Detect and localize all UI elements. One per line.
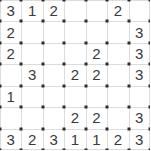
grid-dot	[84, 106, 87, 109]
grid-dot	[84, 149, 87, 151]
grid-dot	[106, 127, 109, 130]
grid-dot	[84, 20, 87, 23]
cell-r2c5[interactable]	[86, 21, 107, 42]
grid-dot	[84, 127, 87, 130]
grid-dot	[63, 127, 66, 130]
grid-dot	[63, 106, 66, 109]
grid-dot	[20, 127, 23, 130]
clue-number: 2	[92, 110, 100, 125]
cell-r5c6[interactable]	[107, 86, 128, 107]
cell-r5c5[interactable]	[86, 86, 107, 107]
cell-r4c7[interactable]: 3	[129, 64, 150, 85]
grid-dot	[149, 106, 151, 109]
cell-r4c6[interactable]	[107, 64, 128, 85]
cell-r2c6[interactable]	[107, 21, 128, 42]
cell-r5c1[interactable]: 1	[0, 86, 21, 107]
cell-r3c1[interactable]: 2	[0, 43, 21, 64]
clue-number: 1	[28, 3, 36, 18]
clue-number: 3	[135, 132, 143, 147]
grid-dot	[0, 84, 2, 87]
grid-dot	[63, 0, 66, 2]
cell-r7c6[interactable]: 2	[107, 129, 128, 150]
grid-dot	[106, 106, 109, 109]
grid-dot	[106, 149, 109, 151]
grid-dot	[41, 63, 44, 66]
cell-r1c4[interactable]	[64, 0, 85, 21]
clue-number: 1	[92, 132, 100, 147]
grid-dot	[106, 84, 109, 87]
grid-dot	[127, 149, 130, 151]
grid-dot	[20, 63, 23, 66]
cell-r3c7[interactable]: 3	[129, 43, 150, 64]
grid-dot	[41, 127, 44, 130]
cell-r7c2[interactable]: 2	[21, 129, 42, 150]
cell-r7c1[interactable]: 3	[0, 129, 21, 150]
grid-dot	[20, 41, 23, 44]
cell-r1c1[interactable]: 3	[0, 0, 21, 21]
slitherlink-board[interactable]: 312223223322312233231123	[0, 0, 150, 150]
grid-dot	[0, 106, 2, 109]
grid-dot	[0, 20, 2, 23]
clue-number: 3	[49, 132, 57, 147]
grid-dot	[41, 41, 44, 44]
clue-number: 1	[7, 89, 15, 104]
clue-number: 2	[92, 67, 100, 82]
clue-number: 3	[28, 67, 36, 82]
grid-dot	[41, 84, 44, 87]
grid-dot	[127, 0, 130, 2]
cell-r1c5[interactable]	[86, 0, 107, 21]
clue-number: 2	[71, 67, 79, 82]
cell-r3c6[interactable]	[107, 43, 128, 64]
grid-dot	[20, 149, 23, 151]
grid-dot	[0, 41, 2, 44]
cell-r6c1[interactable]	[0, 107, 21, 128]
grid-dot	[127, 63, 130, 66]
grid-dot	[127, 106, 130, 109]
grid-dot	[41, 0, 44, 2]
grid-dot	[41, 149, 44, 151]
grid-dot	[84, 63, 87, 66]
grid-dot	[0, 127, 2, 130]
grid-dot	[20, 84, 23, 87]
grid-dot	[149, 149, 151, 151]
cell-r6c5[interactable]: 2	[86, 107, 107, 128]
cell-r5c7[interactable]	[129, 86, 150, 107]
clue-number: 3	[135, 67, 143, 82]
cell-r3c5[interactable]: 2	[86, 43, 107, 64]
grid-dot	[84, 41, 87, 44]
cell-r4c3[interactable]	[43, 64, 64, 85]
clue-number: 3	[135, 46, 143, 61]
cell-r2c4[interactable]	[64, 21, 85, 42]
grid-dot	[0, 149, 2, 151]
cell-r1c6[interactable]: 2	[107, 0, 128, 21]
clue-number: 1	[71, 132, 79, 147]
grid-dot	[127, 41, 130, 44]
grid-dot	[106, 63, 109, 66]
cell-r5c3[interactable]	[43, 86, 64, 107]
cell-r5c2[interactable]	[21, 86, 42, 107]
clue-number: 2	[28, 132, 36, 147]
grid-dot	[106, 20, 109, 23]
grid-dot	[84, 84, 87, 87]
grid-dot	[149, 127, 151, 130]
grid-dot	[106, 0, 109, 2]
cell-r3c3[interactable]	[43, 43, 64, 64]
cell-r3c2[interactable]	[21, 43, 42, 64]
grid-dot	[149, 0, 151, 2]
grid-dot	[106, 41, 109, 44]
cell-r2c1[interactable]: 2	[0, 21, 21, 42]
cell-r6c7[interactable]: 3	[129, 107, 150, 128]
grid-dot	[0, 63, 2, 66]
cell-r1c2[interactable]: 1	[21, 0, 42, 21]
clue-number: 3	[135, 110, 143, 125]
grid-dot	[41, 106, 44, 109]
clue-number: 3	[135, 25, 143, 40]
cell-r2c2[interactable]	[21, 21, 42, 42]
cell-r6c6[interactable]	[107, 107, 128, 128]
cell-r6c2[interactable]	[21, 107, 42, 128]
cell-r2c7[interactable]: 3	[129, 21, 150, 42]
cell-r4c2[interactable]: 3	[21, 64, 42, 85]
grid-dot	[20, 20, 23, 23]
grid-dot	[63, 20, 66, 23]
grid-dot	[20, 106, 23, 109]
clue-number: 2	[71, 110, 79, 125]
clue-number: 2	[114, 132, 122, 147]
clue-number: 2	[7, 46, 15, 61]
grid-dot	[20, 0, 23, 2]
clue-number: 2	[49, 3, 57, 18]
cell-r3c4[interactable]	[64, 43, 85, 64]
cell-r4c1[interactable]	[0, 64, 21, 85]
cell-r7c5[interactable]: 1	[86, 129, 107, 150]
grid-dot	[63, 84, 66, 87]
cell-r6c4[interactable]: 2	[64, 107, 85, 128]
cell-r6c3[interactable]	[43, 107, 64, 128]
grid-dot	[0, 0, 2, 2]
cell-r1c3[interactable]: 2	[43, 0, 64, 21]
grid-dot	[149, 84, 151, 87]
grid-dot	[149, 63, 151, 66]
grid-dot	[127, 84, 130, 87]
grid-dot	[84, 0, 87, 2]
cell-r5c4[interactable]	[64, 86, 85, 107]
grid-dot	[127, 20, 130, 23]
grid-dot	[63, 149, 66, 151]
grid-dot	[63, 63, 66, 66]
clue-number: 2	[7, 25, 15, 40]
grid-dot	[127, 127, 130, 130]
cell-r7c4[interactable]: 1	[64, 129, 85, 150]
grid-dot	[149, 41, 151, 44]
grid-dot	[149, 20, 151, 23]
cell-r7c3[interactable]: 3	[43, 129, 64, 150]
cell-r4c4[interactable]: 2	[64, 64, 85, 85]
clue-number: 3	[7, 132, 15, 147]
cell-r4c5[interactable]: 2	[86, 64, 107, 85]
cell-r7c7[interactable]: 3	[129, 129, 150, 150]
clue-number: 2	[114, 3, 122, 18]
clue-number: 2	[92, 46, 100, 61]
cell-r2c3[interactable]	[43, 21, 64, 42]
cell-r1c7[interactable]	[129, 0, 150, 21]
grid-dot	[41, 20, 44, 23]
grid-dot	[63, 41, 66, 44]
clue-number: 3	[7, 3, 15, 18]
